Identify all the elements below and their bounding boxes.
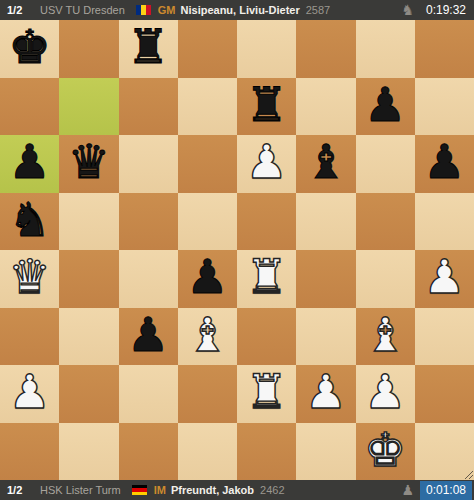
white-queen: ♛	[9, 253, 51, 300]
chess-board[interactable]: ♚♜♜♟♟♛♟♝♟♞♛♟♜♟♟♝♝♟♜♟♟♚	[0, 20, 474, 480]
square-f2[interactable]: ♟	[296, 365, 355, 423]
square-g3[interactable]: ♝	[356, 308, 415, 366]
square-e3[interactable]	[237, 308, 296, 366]
bottom-score: 1/2	[7, 484, 29, 496]
romania-flag-icon	[136, 5, 151, 15]
white-pawn: ♟	[246, 138, 288, 185]
square-b8[interactable]	[59, 20, 118, 78]
white-pawn: ♟	[9, 368, 51, 415]
square-c5[interactable]	[119, 193, 178, 251]
bottom-player-bar: 1/2 HSK Lister Turm IM Pfreundt, Jakob 2…	[0, 480, 474, 500]
square-a7[interactable]	[0, 78, 59, 136]
square-a3[interactable]	[0, 308, 59, 366]
top-player-title: GM	[158, 4, 176, 16]
germany-flag-icon	[132, 485, 147, 495]
square-h2[interactable]	[415, 365, 474, 423]
square-g2[interactable]: ♟	[356, 365, 415, 423]
square-a5[interactable]: ♞	[0, 193, 59, 251]
square-g6[interactable]	[356, 135, 415, 193]
top-player-bar: 1/2 USV TU Dresden GM Nisipeanu, Liviu-D…	[0, 0, 474, 20]
square-b2[interactable]	[59, 365, 118, 423]
black-pawn: ♟	[9, 138, 51, 185]
black-pawn: ♟	[364, 81, 406, 128]
square-a1[interactable]	[0, 423, 59, 481]
square-e5[interactable]	[237, 193, 296, 251]
square-c1[interactable]	[119, 423, 178, 481]
black-bishop: ♝	[305, 138, 347, 185]
black-rook: ♜	[127, 23, 169, 70]
square-c4[interactable]	[119, 250, 178, 308]
top-team-name: USV TU Dresden	[40, 4, 125, 16]
top-score: 1/2	[7, 4, 29, 16]
square-h5[interactable]	[415, 193, 474, 251]
black-pawn: ♟	[186, 253, 228, 300]
bottom-clock: 0:01:08	[420, 481, 472, 500]
square-e2[interactable]: ♜	[237, 365, 296, 423]
square-b5[interactable]	[59, 193, 118, 251]
square-d5[interactable]	[178, 193, 237, 251]
square-h6[interactable]: ♟	[415, 135, 474, 193]
square-d4[interactable]: ♟	[178, 250, 237, 308]
white-pawn: ♟	[423, 253, 465, 300]
square-b3[interactable]	[59, 308, 118, 366]
black-rook: ♜	[246, 81, 288, 128]
square-f6[interactable]: ♝	[296, 135, 355, 193]
square-b6[interactable]: ♛	[59, 135, 118, 193]
bottom-player-rating: 2462	[260, 484, 284, 496]
square-b4[interactable]	[59, 250, 118, 308]
square-f5[interactable]	[296, 193, 355, 251]
square-f3[interactable]	[296, 308, 355, 366]
square-h4[interactable]: ♟	[415, 250, 474, 308]
square-c6[interactable]	[119, 135, 178, 193]
square-a4[interactable]: ♛	[0, 250, 59, 308]
white-rook: ♜	[246, 368, 288, 415]
square-a6[interactable]: ♟	[0, 135, 59, 193]
square-h8[interactable]	[415, 20, 474, 78]
square-c7[interactable]	[119, 78, 178, 136]
black-king: ♚	[9, 23, 51, 70]
square-b1[interactable]	[59, 423, 118, 481]
black-queen: ♛	[68, 138, 110, 185]
square-c2[interactable]	[119, 365, 178, 423]
top-player-name: Nisipeanu, Liviu-Dieter	[181, 4, 300, 16]
square-e7[interactable]: ♜	[237, 78, 296, 136]
square-d3[interactable]: ♝	[178, 308, 237, 366]
square-f7[interactable]	[296, 78, 355, 136]
white-bishop: ♝	[364, 311, 406, 358]
square-b7[interactable]	[59, 78, 118, 136]
top-clock: 0:19:32	[420, 1, 472, 20]
square-g8[interactable]	[356, 20, 415, 78]
square-d2[interactable]	[178, 365, 237, 423]
square-c3[interactable]: ♟	[119, 308, 178, 366]
white-pawn: ♟	[364, 368, 406, 415]
pawn-icon: ♟	[401, 483, 414, 497]
square-a8[interactable]: ♚	[0, 20, 59, 78]
square-f1[interactable]	[296, 423, 355, 481]
square-c8[interactable]: ♜	[119, 20, 178, 78]
black-pawn: ♟	[127, 311, 169, 358]
square-g1[interactable]: ♚	[356, 423, 415, 481]
square-e8[interactable]	[237, 20, 296, 78]
square-e1[interactable]	[237, 423, 296, 481]
square-d7[interactable]	[178, 78, 237, 136]
square-g7[interactable]: ♟	[356, 78, 415, 136]
bottom-team-name: HSK Lister Turm	[40, 484, 121, 496]
square-h1[interactable]	[415, 423, 474, 481]
white-king: ♚	[364, 426, 406, 473]
black-pawn: ♟	[423, 138, 465, 185]
black-knight: ♞	[9, 196, 51, 243]
white-rook: ♜	[246, 253, 288, 300]
square-e4[interactable]: ♜	[237, 250, 296, 308]
bottom-player-title: IM	[154, 484, 166, 496]
square-d6[interactable]	[178, 135, 237, 193]
knight-icon: ♞	[401, 3, 414, 17]
square-g4[interactable]	[356, 250, 415, 308]
square-g5[interactable]	[356, 193, 415, 251]
square-f8[interactable]	[296, 20, 355, 78]
square-d8[interactable]	[178, 20, 237, 78]
square-a2[interactable]: ♟	[0, 365, 59, 423]
top-player-rating: 2587	[306, 4, 330, 16]
square-h7[interactable]	[415, 78, 474, 136]
white-bishop: ♝	[186, 311, 228, 358]
square-d1[interactable]	[178, 423, 237, 481]
square-h3[interactable]	[415, 308, 474, 366]
square-e6[interactable]: ♟	[237, 135, 296, 193]
white-pawn: ♟	[305, 368, 347, 415]
bottom-player-name: Pfreundt, Jakob	[171, 484, 254, 496]
square-f4[interactable]	[296, 250, 355, 308]
